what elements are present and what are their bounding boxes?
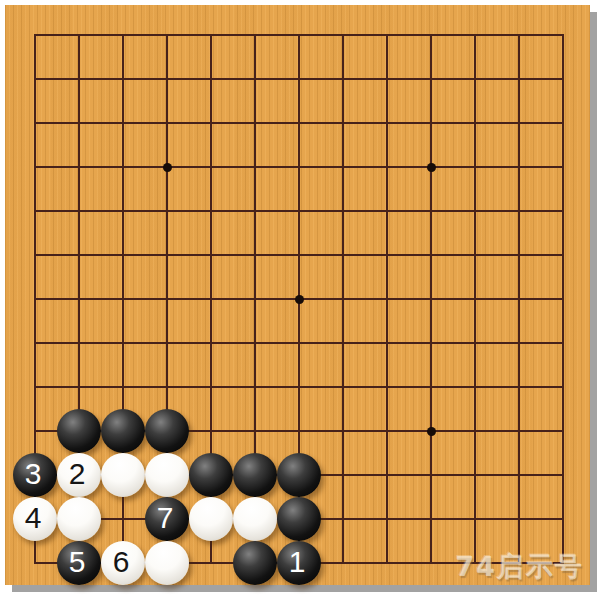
move-number: 7: [157, 503, 174, 533]
move-number: 3: [25, 459, 42, 489]
move-number: 5: [69, 547, 86, 577]
black-stone-B1: 5: [57, 541, 101, 585]
black-stone-C4: [101, 409, 145, 453]
move-number: 1: [289, 547, 306, 577]
white-stone-D1: [145, 541, 189, 585]
star-point: [163, 163, 172, 172]
black-stone-D2: 7: [145, 497, 189, 541]
black-stone-G3: [277, 453, 321, 497]
black-stone-D4: [145, 409, 189, 453]
black-stone-A3: 3: [13, 453, 57, 497]
white-stone-B2: [57, 497, 101, 541]
star-point: [427, 427, 436, 436]
white-stone-C3: [101, 453, 145, 497]
move-number: 2: [69, 459, 86, 489]
white-stone-C1: 6: [101, 541, 145, 585]
white-stone-F2: [233, 497, 277, 541]
black-stone-F1: [233, 541, 277, 585]
star-point: [427, 163, 436, 172]
white-stone-B3: 2: [57, 453, 101, 497]
go-board: 74启示号 3247561: [5, 5, 590, 585]
black-stone-B4: [57, 409, 101, 453]
black-stone-E3: [189, 453, 233, 497]
white-stone-E2: [189, 497, 233, 541]
star-point: [295, 295, 304, 304]
black-stone-G2: [277, 497, 321, 541]
watermark: 74启示号: [455, 549, 584, 585]
white-stone-D3: [145, 453, 189, 497]
black-stone-G1: 1: [277, 541, 321, 585]
black-stone-F3: [233, 453, 277, 497]
white-stone-A2: 4: [13, 497, 57, 541]
move-number: 4: [25, 503, 42, 533]
move-number: 6: [113, 547, 130, 577]
